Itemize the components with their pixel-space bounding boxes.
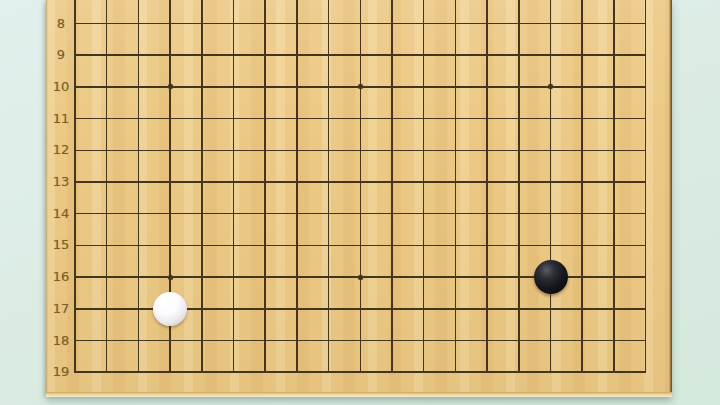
grid-hline-row18	[74, 340, 646, 342]
row-label-19: 19	[48, 364, 74, 380]
grid-vline-col7	[264, 0, 266, 373]
board-bottom-edge	[46, 392, 672, 397]
star-point-10-10	[358, 84, 363, 89]
grid-hline-row11	[74, 118, 646, 120]
grid-hline-row12	[74, 150, 646, 152]
grid-vline-col18	[613, 0, 615, 373]
grid-vline-col5	[201, 0, 203, 373]
row-label-15: 15	[48, 237, 74, 253]
row-label-16: 16	[48, 269, 74, 285]
black-stone-Q4	[534, 260, 568, 294]
row-label-18: 18	[48, 333, 74, 349]
grid-vline-col3	[138, 0, 140, 373]
grid-vline-col16	[550, 0, 552, 373]
grid-vline-col1	[74, 0, 76, 373]
grid-hline-row8	[74, 23, 646, 25]
grid-hline-row15	[74, 245, 646, 247]
grid-vline-col17	[581, 0, 583, 373]
row-label-13: 13	[48, 174, 74, 190]
grid-vline-col2	[106, 0, 108, 373]
row-label-9: 9	[48, 47, 74, 63]
grid-vline-col19	[645, 0, 647, 373]
go-app-stage: 8910111213141516171819	[0, 0, 720, 405]
grid-vline-col9	[328, 0, 330, 373]
grid-hline-row14	[74, 213, 646, 215]
row-label-8: 8	[48, 16, 74, 32]
grid-vline-col10	[360, 0, 362, 373]
grid-vline-col15	[518, 0, 520, 373]
grid-vline-col6	[233, 0, 235, 373]
grid-vline-col11	[391, 0, 393, 373]
grid-vline-col14	[486, 0, 488, 373]
row-label-17: 17	[48, 301, 74, 317]
star-point-4-10	[168, 84, 173, 89]
grid-vline-col13	[455, 0, 457, 373]
grid-vline-col12	[423, 0, 425, 373]
row-label-10: 10	[48, 79, 74, 95]
row-label-12: 12	[48, 142, 74, 158]
board-right-edge	[669, 0, 672, 397]
row-label-11: 11	[48, 111, 74, 127]
star-point-4-16	[168, 275, 173, 280]
star-point-10-16	[358, 275, 363, 280]
go-board[interactable]: 8910111213141516171819	[46, 0, 672, 397]
white-stone-D3	[153, 292, 187, 326]
row-label-14: 14	[48, 206, 74, 222]
grid-hline-row19	[74, 371, 646, 373]
star-point-16-10	[548, 84, 553, 89]
grid-hline-row13	[74, 181, 646, 183]
grid-hline-row9	[74, 54, 646, 56]
grid-vline-col8	[296, 0, 298, 373]
